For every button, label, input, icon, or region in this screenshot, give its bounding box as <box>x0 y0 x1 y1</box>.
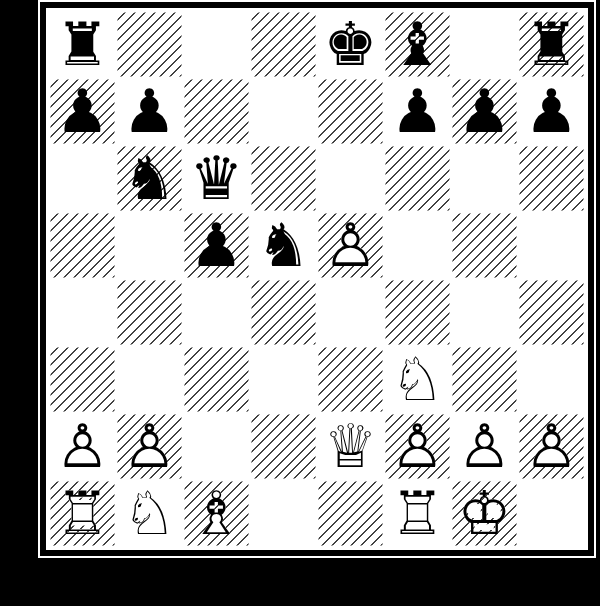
piece-white-pawn-fill: ♟ <box>49 413 116 480</box>
square-b6[interactable]: ♞ <box>116 145 183 212</box>
piece-white-pawn: ♙ <box>317 212 384 279</box>
square-b1[interactable]: ♞♘ <box>116 480 183 547</box>
piece-white-queen-fill: ♛ <box>317 413 384 480</box>
square-e7[interactable] <box>317 78 384 145</box>
square-g6[interactable] <box>451 145 518 212</box>
square-f7[interactable]: ♟ <box>384 78 451 145</box>
square-c5[interactable]: ♟ <box>183 212 250 279</box>
square-h4[interactable] <box>518 279 585 346</box>
piece-white-king-fill: ♚ <box>451 480 518 547</box>
square-b7[interactable]: ♟ <box>116 78 183 145</box>
piece-white-pawn-fill: ♟ <box>451 413 518 480</box>
piece-white-pawn-fill: ♟ <box>384 413 451 480</box>
square-d2[interactable] <box>250 413 317 480</box>
square-g4[interactable] <box>451 279 518 346</box>
square-d1[interactable] <box>250 480 317 547</box>
piece-black-knight: ♞ <box>250 212 317 279</box>
square-a4[interactable] <box>49 279 116 346</box>
square-g2[interactable]: ♟♙ <box>451 413 518 480</box>
square-h5[interactable] <box>518 212 585 279</box>
square-b2[interactable]: ♟♙ <box>116 413 183 480</box>
square-h2[interactable]: ♟♙ <box>518 413 585 480</box>
piece-white-knight: ♘ <box>116 480 183 547</box>
piece-white-rook: ♖ <box>49 480 116 547</box>
square-f5[interactable] <box>384 212 451 279</box>
square-a2[interactable]: ♟♙ <box>49 413 116 480</box>
square-h3[interactable] <box>518 346 585 413</box>
square-c7[interactable] <box>183 78 250 145</box>
piece-white-king: ♔ <box>451 480 518 547</box>
piece-white-queen: ♕ <box>317 413 384 480</box>
square-e1[interactable] <box>317 480 384 547</box>
square-g5[interactable] <box>451 212 518 279</box>
square-e4[interactable] <box>317 279 384 346</box>
piece-white-pawn-fill: ♟ <box>116 413 183 480</box>
piece-black-rook: ♜ <box>518 11 585 78</box>
square-e2[interactable]: ♛♕ <box>317 413 384 480</box>
piece-black-knight: ♞ <box>116 145 183 212</box>
square-f6[interactable] <box>384 145 451 212</box>
square-e5[interactable]: ♟♙ <box>317 212 384 279</box>
square-e8[interactable]: ♚ <box>317 11 384 78</box>
piece-black-queen: ♛ <box>183 145 250 212</box>
piece-white-rook: ♖ <box>384 480 451 547</box>
piece-white-rook-fill: ♜ <box>49 480 116 547</box>
piece-white-pawn: ♙ <box>116 413 183 480</box>
square-f8[interactable]: ♝ <box>384 11 451 78</box>
piece-black-pawn: ♟ <box>451 78 518 145</box>
square-a7[interactable]: ♟ <box>49 78 116 145</box>
piece-white-pawn-fill: ♟ <box>518 413 585 480</box>
square-b4[interactable] <box>116 279 183 346</box>
square-a1[interactable]: ♜♖ <box>49 480 116 547</box>
square-a8[interactable]: ♜ <box>49 11 116 78</box>
piece-white-pawn: ♙ <box>384 413 451 480</box>
square-g3[interactable] <box>451 346 518 413</box>
square-g1[interactable]: ♚♔ <box>451 480 518 547</box>
square-g8[interactable] <box>451 11 518 78</box>
piece-white-bishop: ♗ <box>183 480 250 547</box>
square-c1[interactable]: ♝♗ <box>183 480 250 547</box>
piece-white-pawn: ♙ <box>49 413 116 480</box>
square-d8[interactable] <box>250 11 317 78</box>
square-c6[interactable]: ♛ <box>183 145 250 212</box>
square-b8[interactable] <box>116 11 183 78</box>
square-a6[interactable] <box>49 145 116 212</box>
square-h7[interactable]: ♟ <box>518 78 585 145</box>
square-c2[interactable] <box>183 413 250 480</box>
square-e6[interactable] <box>317 145 384 212</box>
square-f2[interactable]: ♟♙ <box>384 413 451 480</box>
piece-black-pawn: ♟ <box>49 78 116 145</box>
square-g7[interactable]: ♟ <box>451 78 518 145</box>
piece-white-knight: ♘ <box>384 346 451 413</box>
piece-white-pawn: ♙ <box>451 413 518 480</box>
square-f1[interactable]: ♜♖ <box>384 480 451 547</box>
chess-board-frame: ♜♚♝♜♟♟♟♟♟♞♛♟♞♟♙♞♘♟♙♟♙♛♕♟♙♟♙♟♙♜♖♞♘♝♗♜♖♚♔ <box>38 0 596 558</box>
piece-black-king: ♚ <box>317 11 384 78</box>
square-c3[interactable] <box>183 346 250 413</box>
square-e3[interactable] <box>317 346 384 413</box>
square-d4[interactable] <box>250 279 317 346</box>
square-c4[interactable] <box>183 279 250 346</box>
piece-black-pawn: ♟ <box>116 78 183 145</box>
square-d3[interactable] <box>250 346 317 413</box>
piece-white-pawn: ♙ <box>518 413 585 480</box>
piece-white-knight-fill: ♞ <box>116 480 183 547</box>
piece-white-knight-fill: ♞ <box>384 346 451 413</box>
square-h1[interactable] <box>518 480 585 547</box>
chess-board-border: ♜♚♝♜♟♟♟♟♟♞♛♟♞♟♙♞♘♟♙♟♙♛♕♟♙♟♙♟♙♜♖♞♘♝♗♜♖♚♔ <box>40 2 594 556</box>
square-a3[interactable] <box>49 346 116 413</box>
square-b3[interactable] <box>116 346 183 413</box>
square-c8[interactable] <box>183 11 250 78</box>
square-h6[interactable] <box>518 145 585 212</box>
piece-black-bishop: ♝ <box>384 11 451 78</box>
square-d6[interactable] <box>250 145 317 212</box>
piece-white-pawn-fill: ♟ <box>317 212 384 279</box>
piece-black-pawn: ♟ <box>384 78 451 145</box>
square-h8[interactable]: ♜ <box>518 11 585 78</box>
piece-black-pawn: ♟ <box>518 78 585 145</box>
piece-black-rook: ♜ <box>49 11 116 78</box>
piece-white-rook-fill: ♜ <box>384 480 451 547</box>
square-f3[interactable]: ♞♘ <box>384 346 451 413</box>
piece-white-bishop-fill: ♝ <box>183 480 250 547</box>
square-d7[interactable] <box>250 78 317 145</box>
square-f4[interactable] <box>384 279 451 346</box>
chess-board: ♜♚♝♜♟♟♟♟♟♞♛♟♞♟♙♞♘♟♙♟♙♛♕♟♙♟♙♟♙♜♖♞♘♝♗♜♖♚♔ <box>49 11 585 547</box>
square-b5[interactable] <box>116 212 183 279</box>
square-d5[interactable]: ♞ <box>250 212 317 279</box>
square-a5[interactable] <box>49 212 116 279</box>
piece-black-pawn: ♟ <box>183 212 250 279</box>
